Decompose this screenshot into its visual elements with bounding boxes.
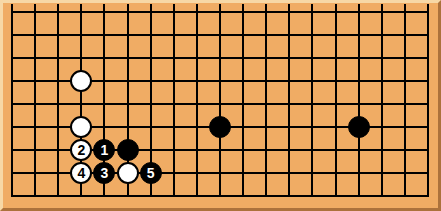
grid-line-vertical — [335, 4, 337, 197]
move-number-label: 5 — [147, 166, 155, 180]
grid-line-vertical — [404, 4, 406, 197]
go-board-frame: 24135 — [0, 0, 441, 211]
grid-line-vertical — [288, 4, 290, 197]
stone-black-move-5: 5 — [140, 162, 162, 184]
stone-white-move-4: 4 — [70, 162, 92, 184]
stone-black — [117, 139, 139, 161]
grid-line-horizontal — [11, 103, 429, 105]
grid-line-vertical — [57, 4, 59, 197]
grid-line-vertical — [311, 4, 313, 197]
grid-line-vertical — [358, 4, 360, 197]
grid-line-horizontal — [11, 11, 429, 13]
stone-black — [209, 116, 231, 138]
go-board: 24135 — [3, 3, 438, 208]
grid-line-vertical — [427, 4, 429, 197]
stone-white-move-2: 2 — [70, 139, 92, 161]
stone-white — [70, 116, 92, 138]
grid-line-vertical — [196, 4, 198, 197]
move-number-label: 2 — [77, 143, 85, 157]
move-number-label: 1 — [101, 143, 109, 157]
grid-line-vertical — [173, 4, 175, 197]
grid-line-vertical — [265, 4, 267, 197]
grid-line-horizontal — [11, 195, 429, 197]
grid-line-vertical — [11, 4, 13, 197]
stone-black-move-3: 3 — [93, 162, 115, 184]
grid-line-vertical — [242, 4, 244, 197]
stone-white — [70, 70, 92, 92]
stone-black-move-1: 1 — [93, 139, 115, 161]
grid-line-horizontal — [11, 57, 429, 59]
grid-line-horizontal — [11, 34, 429, 36]
grid-line-vertical — [34, 4, 36, 197]
grid-line-vertical — [219, 4, 221, 197]
move-number-label: 3 — [101, 166, 109, 180]
stone-black — [348, 116, 370, 138]
grid-line-vertical — [381, 4, 383, 197]
stone-white — [117, 162, 139, 184]
move-number-label: 4 — [77, 166, 85, 180]
